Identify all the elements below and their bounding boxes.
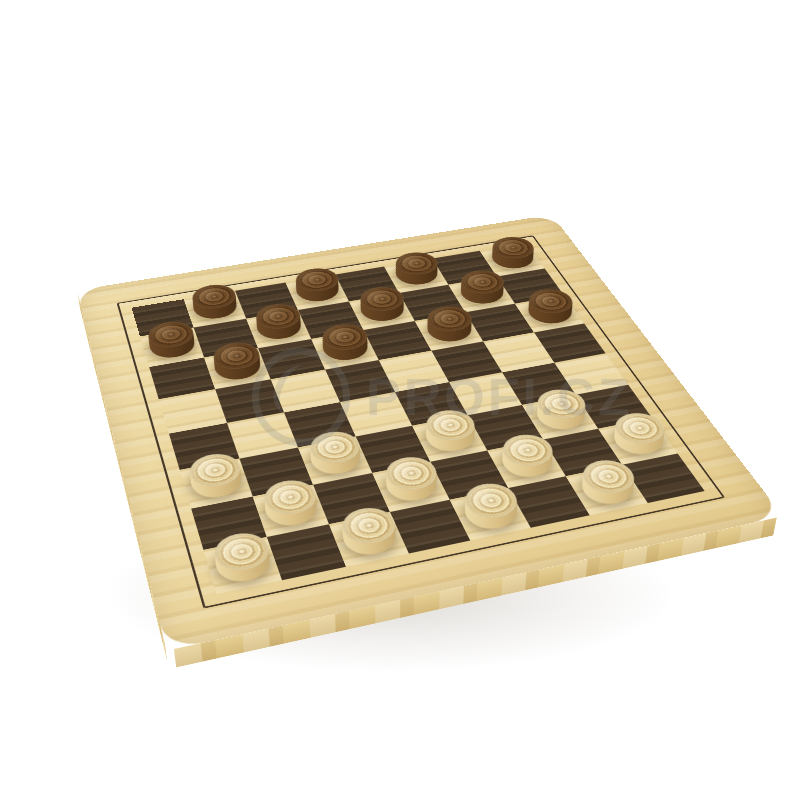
dark-piece[interactable] (390, 262, 442, 290)
light-piece[interactable] (380, 466, 443, 507)
dark-piece[interactable] (421, 316, 476, 347)
light-piece[interactable] (187, 463, 246, 503)
dark-piece[interactable] (146, 331, 198, 363)
dark-piece[interactable] (318, 334, 372, 366)
dark-piece[interactable] (486, 246, 538, 273)
dark-piece[interactable] (522, 299, 578, 329)
light-piece[interactable] (260, 490, 322, 532)
dark-piece[interactable] (355, 297, 408, 327)
dark-piece[interactable] (210, 352, 264, 385)
light-piece[interactable] (337, 517, 401, 561)
light-piece[interactable] (495, 444, 558, 483)
checkers-board (77, 215, 783, 651)
light-piece[interactable] (211, 542, 274, 588)
dark-piece[interactable] (190, 294, 241, 324)
square-r2c1-light[interactable] (140, 328, 204, 368)
checkers-grid (132, 243, 705, 594)
product-photo-stage: PROFI.CZ (0, 0, 800, 800)
light-piece[interactable] (606, 422, 670, 460)
board-top-face (77, 215, 783, 651)
board-scene (115, 112, 675, 672)
light-piece[interactable] (305, 441, 365, 480)
dark-piece[interactable] (455, 280, 509, 309)
light-piece[interactable] (574, 469, 640, 510)
light-piece[interactable] (419, 420, 480, 457)
square-r4c8-dark[interactable] (534, 323, 605, 362)
light-piece[interactable] (529, 399, 590, 435)
dark-piece[interactable] (292, 278, 343, 307)
dark-piece[interactable] (252, 314, 304, 345)
light-piece[interactable] (457, 493, 522, 535)
